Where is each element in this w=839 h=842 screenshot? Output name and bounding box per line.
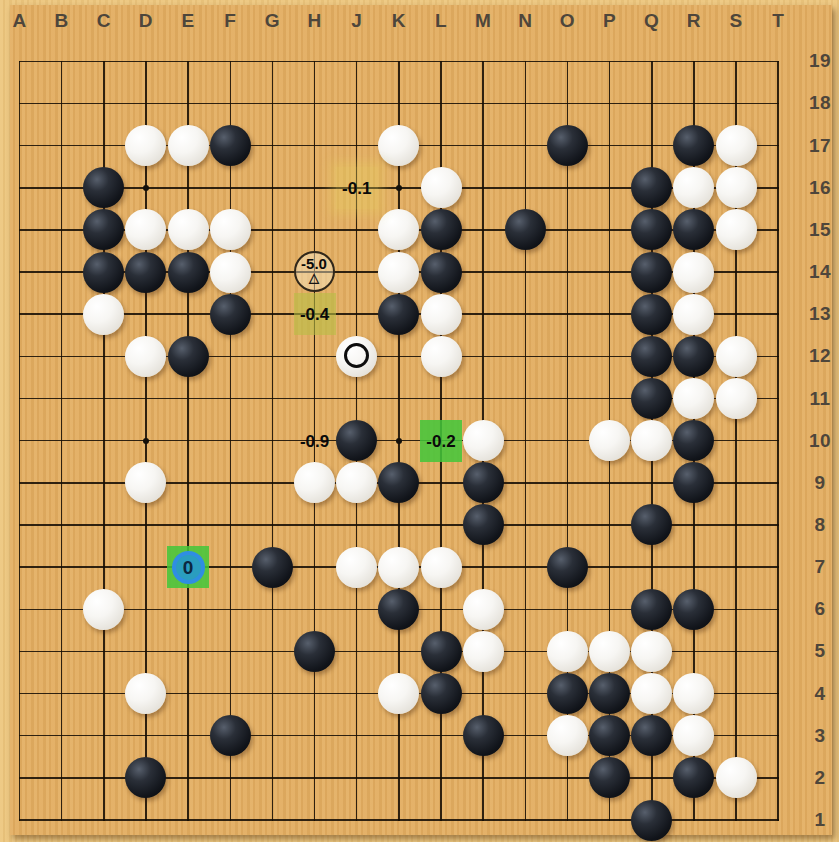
stone-L13: [421, 294, 462, 335]
stone-F17: [210, 125, 251, 166]
coord-label-Q: Q: [644, 10, 659, 32]
stone-K13: [378, 294, 419, 335]
stone-K14: [378, 252, 419, 293]
board-background: ABCDEFGHJKLMNOPQRST191817161514131211109…: [0, 0, 839, 842]
star-point: [396, 438, 402, 444]
stone-C6: [83, 589, 124, 630]
stone-O7: [547, 547, 588, 588]
coord-label-17: 17: [809, 135, 831, 157]
coord-label-10: 10: [809, 430, 831, 452]
stone-L7: [421, 547, 462, 588]
stone-Q5: [631, 631, 672, 672]
coord-label-J: J: [351, 10, 362, 32]
stone-E15: [168, 209, 209, 250]
mark-label-E7: 0: [183, 558, 194, 577]
stone-L12: [421, 336, 462, 377]
stone-Q13: [631, 294, 672, 335]
stone-H5: [294, 631, 335, 672]
stone-Q6: [631, 589, 672, 630]
coord-label-7: 7: [814, 556, 825, 578]
stone-P5: [589, 631, 630, 672]
stone-P10: [589, 420, 630, 461]
stone-M9: [463, 462, 504, 503]
stone-L5: [421, 631, 462, 672]
stone-N15: [505, 209, 546, 250]
star-point: [396, 185, 402, 191]
triangle-icon: △: [309, 272, 319, 283]
stone-F13: [210, 294, 251, 335]
stone-P3: [589, 715, 630, 756]
stone-F15: [210, 209, 251, 250]
stone-Q1: [631, 800, 672, 841]
coord-label-P: P: [603, 10, 616, 32]
stone-Q4: [631, 673, 672, 714]
coord-label-D: D: [139, 10, 153, 32]
coord-label-9: 9: [814, 472, 825, 494]
stone-R14: [673, 252, 714, 293]
stone-E17: [168, 125, 209, 166]
star-point: [143, 185, 149, 191]
stone-O4: [547, 673, 588, 714]
stone-R6: [673, 589, 714, 630]
star-point: [143, 438, 149, 444]
stone-F3: [210, 715, 251, 756]
coord-label-5: 5: [814, 640, 825, 662]
stone-L15: [421, 209, 462, 250]
coord-label-3: 3: [814, 725, 825, 747]
coord-label-E: E: [182, 10, 195, 32]
stone-Q11: [631, 378, 672, 419]
coord-label-S: S: [729, 10, 742, 32]
stone-M3: [463, 715, 504, 756]
mark-label-L10: -0.2: [426, 432, 455, 449]
stone-G7: [252, 547, 293, 588]
stone-S17: [716, 125, 757, 166]
stone-C13: [83, 294, 124, 335]
coord-label-O: O: [560, 10, 575, 32]
stone-M8: [463, 504, 504, 545]
coord-label-11: 11: [809, 388, 830, 410]
stone-S16: [716, 167, 757, 208]
grid-line: [525, 61, 527, 821]
stone-O3: [547, 715, 588, 756]
coord-label-1: 1: [814, 809, 825, 831]
mark-label-J16: -0.1: [342, 179, 371, 196]
stone-M10: [463, 420, 504, 461]
coord-label-R: R: [687, 10, 701, 32]
stone-Q12: [631, 336, 672, 377]
coord-label-12: 12: [809, 345, 831, 367]
stone-C14: [83, 252, 124, 293]
stone-J7: [336, 547, 377, 588]
stone-S15: [716, 209, 757, 250]
coord-label-F: F: [224, 10, 236, 32]
coord-label-14: 14: [809, 261, 831, 283]
stone-K6: [378, 589, 419, 630]
stone-O17: [547, 125, 588, 166]
coord-label-8: 8: [814, 514, 825, 536]
coord-label-N: N: [518, 10, 532, 32]
last-move-marker: [344, 343, 369, 368]
coord-label-2: 2: [814, 767, 825, 789]
analysis-mark-H14[interactable]: -5.0△: [294, 251, 335, 292]
coord-label-18: 18: [809, 92, 831, 114]
stone-D14: [125, 252, 166, 293]
stone-O5: [547, 631, 588, 672]
mark-label-H10[interactable]: -0.9: [300, 432, 329, 449]
coord-label-16: 16: [809, 177, 831, 199]
stone-R13: [673, 294, 714, 335]
stone-E14: [168, 252, 209, 293]
stone-P4: [589, 673, 630, 714]
stone-M6: [463, 589, 504, 630]
stone-R12: [673, 336, 714, 377]
coord-label-G: G: [265, 10, 280, 32]
coord-label-L: L: [435, 10, 447, 32]
mark-label-H13: -0.4: [300, 306, 329, 323]
coord-label-13: 13: [809, 303, 831, 325]
grid-line: [777, 61, 779, 821]
coord-label-4: 4: [814, 683, 825, 705]
stone-S11: [716, 378, 757, 419]
coord-label-C: C: [97, 10, 111, 32]
stone-E12: [168, 336, 209, 377]
coord-label-15: 15: [809, 219, 831, 241]
coord-label-A: A: [12, 10, 26, 32]
coord-label-B: B: [55, 10, 69, 32]
stone-L4: [421, 673, 462, 714]
coord-label-19: 19: [809, 50, 831, 72]
stone-L14: [421, 252, 462, 293]
stone-F14: [210, 252, 251, 293]
stone-D12: [125, 336, 166, 377]
coord-label-K: K: [392, 10, 406, 32]
stone-S2: [716, 757, 757, 798]
coord-label-M: M: [475, 10, 491, 32]
stone-L16: [421, 167, 462, 208]
stone-M5: [463, 631, 504, 672]
coord-label-6: 6: [814, 598, 825, 620]
stone-Q14: [631, 252, 672, 293]
stone-K7: [378, 547, 419, 588]
coord-label-T: T: [772, 10, 784, 32]
stone-S12: [716, 336, 757, 377]
coord-label-H: H: [307, 10, 321, 32]
